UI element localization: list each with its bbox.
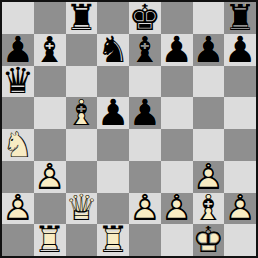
square-a8[interactable] [2, 2, 34, 34]
square-f3[interactable] [161, 161, 193, 193]
square-c5[interactable]: ♝♗ [66, 97, 98, 129]
white-knight-piece[interactable]: ♞♘ [2, 129, 34, 161]
square-a7[interactable]: ♟♙ [2, 34, 34, 66]
black-knight-piece[interactable]: ♞♘ [97, 34, 129, 66]
black-rook-piece[interactable]: ♜♖ [66, 2, 98, 34]
square-c7[interactable] [66, 34, 98, 66]
black-pawn-piece[interactable]: ♟♙ [193, 34, 225, 66]
square-b5[interactable] [34, 97, 66, 129]
white-knight-icon: ♞ [2, 129, 34, 161]
square-g1[interactable]: ♚♔ [193, 224, 225, 256]
square-c8[interactable]: ♜♖ [66, 2, 98, 34]
white-bishop-outline-icon: ♗ [193, 193, 225, 225]
white-pawn-piece[interactable]: ♟♙ [34, 161, 66, 193]
square-c3[interactable] [66, 161, 98, 193]
square-g7[interactable]: ♟♙ [193, 34, 225, 66]
square-b6[interactable] [34, 66, 66, 98]
black-rook-outline-icon: ♖ [66, 2, 98, 34]
black-bishop-icon: ♝ [129, 34, 161, 66]
black-pawn-icon: ♟ [129, 97, 161, 129]
square-f6[interactable] [161, 66, 193, 98]
black-queen-outline-icon: ♕ [2, 66, 34, 98]
white-king-piece[interactable]: ♚♔ [193, 224, 225, 256]
square-d4[interactable] [97, 129, 129, 161]
black-pawn-icon: ♟ [193, 34, 225, 66]
black-pawn-piece[interactable]: ♟♙ [224, 34, 256, 66]
square-a4[interactable]: ♞♘ [2, 129, 34, 161]
square-f1[interactable] [161, 224, 193, 256]
black-knight-outline-icon: ♘ [97, 34, 129, 66]
black-rook-icon: ♜ [66, 2, 98, 34]
white-knight-outline-icon: ♘ [2, 129, 34, 161]
black-pawn-piece[interactable]: ♟♙ [161, 34, 193, 66]
black-pawn-piece[interactable]: ♟♙ [97, 97, 129, 129]
square-c6[interactable] [66, 66, 98, 98]
white-rook-outline-icon: ♖ [34, 224, 66, 256]
black-knight-icon: ♞ [97, 34, 129, 66]
square-f8[interactable] [161, 2, 193, 34]
black-bishop-piece[interactable]: ♝♗ [34, 34, 66, 66]
black-pawn-outline-icon: ♙ [224, 34, 256, 66]
chess-board-container: ♜♖♚♔♜♖♟♙♝♗♞♘♝♗♟♙♟♙♟♙♛♕♝♗♟♙♟♙♞♘♟♙♟♙♟♙♛♕♟♙… [0, 0, 258, 258]
white-queen-piece[interactable]: ♛♕ [66, 193, 98, 225]
white-pawn-piece[interactable]: ♟♙ [161, 193, 193, 225]
white-pawn-outline-icon: ♙ [161, 193, 193, 225]
white-pawn-outline-icon: ♙ [224, 193, 256, 225]
white-pawn-icon: ♟ [2, 193, 34, 225]
black-pawn-outline-icon: ♙ [129, 97, 161, 129]
square-d6[interactable] [97, 66, 129, 98]
square-b4[interactable] [34, 129, 66, 161]
black-rook-piece[interactable]: ♜♖ [224, 2, 256, 34]
square-b3[interactable]: ♟♙ [34, 161, 66, 193]
white-bishop-icon: ♝ [66, 97, 98, 129]
white-queen-icon: ♛ [66, 193, 98, 225]
black-bishop-outline-icon: ♗ [34, 34, 66, 66]
black-rook-outline-icon: ♖ [224, 2, 256, 34]
square-b8[interactable] [34, 2, 66, 34]
black-king-icon: ♚ [129, 2, 161, 34]
square-h2[interactable]: ♟♙ [224, 193, 256, 225]
square-g6[interactable] [193, 66, 225, 98]
square-f2[interactable]: ♟♙ [161, 193, 193, 225]
white-bishop-piece[interactable]: ♝♗ [66, 97, 98, 129]
square-e2[interactable]: ♟♙ [129, 193, 161, 225]
square-g5[interactable] [193, 97, 225, 129]
square-a2[interactable]: ♟♙ [2, 193, 34, 225]
white-rook-icon: ♜ [97, 224, 129, 256]
white-bishop-outline-icon: ♗ [66, 97, 98, 129]
square-h1[interactable] [224, 224, 256, 256]
square-c4[interactable] [66, 129, 98, 161]
white-pawn-icon: ♟ [34, 161, 66, 193]
white-pawn-outline-icon: ♙ [34, 161, 66, 193]
black-king-piece[interactable]: ♚♔ [129, 2, 161, 34]
square-e3[interactable] [129, 161, 161, 193]
square-e8[interactable]: ♚♔ [129, 2, 161, 34]
square-a1[interactable] [2, 224, 34, 256]
white-pawn-piece[interactable]: ♟♙ [2, 193, 34, 225]
black-bishop-outline-icon: ♗ [129, 34, 161, 66]
square-h3[interactable] [224, 161, 256, 193]
white-king-outline-icon: ♔ [193, 224, 225, 256]
square-g4[interactable] [193, 129, 225, 161]
black-pawn-icon: ♟ [97, 97, 129, 129]
square-h6[interactable] [224, 66, 256, 98]
white-pawn-piece[interactable]: ♟♙ [129, 193, 161, 225]
white-rook-piece[interactable]: ♜♖ [34, 224, 66, 256]
white-pawn-piece[interactable]: ♟♙ [193, 161, 225, 193]
white-pawn-icon: ♟ [193, 161, 225, 193]
square-g2[interactable]: ♝♗ [193, 193, 225, 225]
black-pawn-piece[interactable]: ♟♙ [129, 97, 161, 129]
white-queen-outline-icon: ♕ [66, 193, 98, 225]
white-rook-piece[interactable]: ♜♖ [97, 224, 129, 256]
square-a5[interactable] [2, 97, 34, 129]
square-b1[interactable]: ♜♖ [34, 224, 66, 256]
square-d2[interactable] [97, 193, 129, 225]
square-e5[interactable]: ♟♙ [129, 97, 161, 129]
white-pawn-piece[interactable]: ♟♙ [224, 193, 256, 225]
square-d7[interactable]: ♞♘ [97, 34, 129, 66]
square-h8[interactable]: ♜♖ [224, 2, 256, 34]
square-d5[interactable]: ♟♙ [97, 97, 129, 129]
square-d8[interactable] [97, 2, 129, 34]
square-a6[interactable]: ♛♕ [2, 66, 34, 98]
white-pawn-icon: ♟ [129, 193, 161, 225]
chess-board: ♜♖♚♔♜♖♟♙♝♗♞♘♝♗♟♙♟♙♟♙♛♕♝♗♟♙♟♙♞♘♟♙♟♙♟♙♛♕♟♙… [0, 0, 258, 258]
black-bishop-piece[interactable]: ♝♗ [129, 34, 161, 66]
square-f7[interactable]: ♟♙ [161, 34, 193, 66]
square-f4[interactable] [161, 129, 193, 161]
square-e4[interactable] [129, 129, 161, 161]
black-pawn-icon: ♟ [224, 34, 256, 66]
white-pawn-outline-icon: ♙ [193, 161, 225, 193]
black-pawn-outline-icon: ♙ [161, 34, 193, 66]
black-pawn-piece[interactable]: ♟♙ [2, 34, 34, 66]
square-f5[interactable] [161, 97, 193, 129]
square-h7[interactable]: ♟♙ [224, 34, 256, 66]
white-rook-outline-icon: ♖ [97, 224, 129, 256]
square-b2[interactable] [34, 193, 66, 225]
square-d1[interactable]: ♜♖ [97, 224, 129, 256]
black-pawn-outline-icon: ♙ [193, 34, 225, 66]
square-c1[interactable] [66, 224, 98, 256]
square-c2[interactable]: ♛♕ [66, 193, 98, 225]
black-pawn-icon: ♟ [161, 34, 193, 66]
square-e7[interactable]: ♝♗ [129, 34, 161, 66]
white-bishop-piece[interactable]: ♝♗ [193, 193, 225, 225]
black-pawn-outline-icon: ♙ [2, 34, 34, 66]
square-e6[interactable] [129, 66, 161, 98]
black-pawn-icon: ♟ [2, 34, 34, 66]
white-king-icon: ♚ [193, 224, 225, 256]
square-a3[interactable] [2, 161, 34, 193]
square-h4[interactable] [224, 129, 256, 161]
black-pawn-outline-icon: ♙ [97, 97, 129, 129]
white-bishop-icon: ♝ [193, 193, 225, 225]
black-queen-piece[interactable]: ♛♕ [2, 66, 34, 98]
black-queen-icon: ♛ [2, 66, 34, 98]
white-pawn-outline-icon: ♙ [2, 193, 34, 225]
square-h5[interactable] [224, 97, 256, 129]
white-pawn-outline-icon: ♙ [129, 193, 161, 225]
black-bishop-icon: ♝ [34, 34, 66, 66]
square-g8[interactable] [193, 2, 225, 34]
black-rook-icon: ♜ [224, 2, 256, 34]
square-e1[interactable] [129, 224, 161, 256]
square-b7[interactable]: ♝♗ [34, 34, 66, 66]
square-g3[interactable]: ♟♙ [193, 161, 225, 193]
white-pawn-icon: ♟ [161, 193, 193, 225]
black-king-outline-icon: ♔ [129, 2, 161, 34]
white-rook-icon: ♜ [34, 224, 66, 256]
white-pawn-icon: ♟ [224, 193, 256, 225]
square-d3[interactable] [97, 161, 129, 193]
